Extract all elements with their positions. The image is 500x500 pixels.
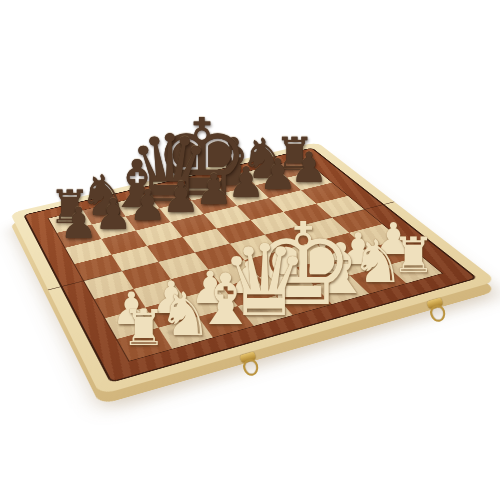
piece-black-pawn-c7: ♟	[129, 185, 167, 227]
piece-white-knight-b1: ♞	[158, 284, 212, 344]
piece-black-pawn-e7: ♟	[195, 169, 233, 211]
piece-black-pawn-d7: ♟	[162, 177, 200, 219]
latch-ring	[428, 303, 447, 323]
product-photo: ♜♞♝♛♚♝♞♜♟♟♟♟♟♟♟♟♟♟♟♟♟♟♟♟♜♞♝♛♚♝♞♜	[0, 0, 500, 500]
piece-black-pawn-a7: ♟	[59, 202, 97, 245]
piece-black-pawn-b7: ♟	[94, 193, 132, 236]
piece-white-rook-a1: ♜	[122, 304, 166, 353]
